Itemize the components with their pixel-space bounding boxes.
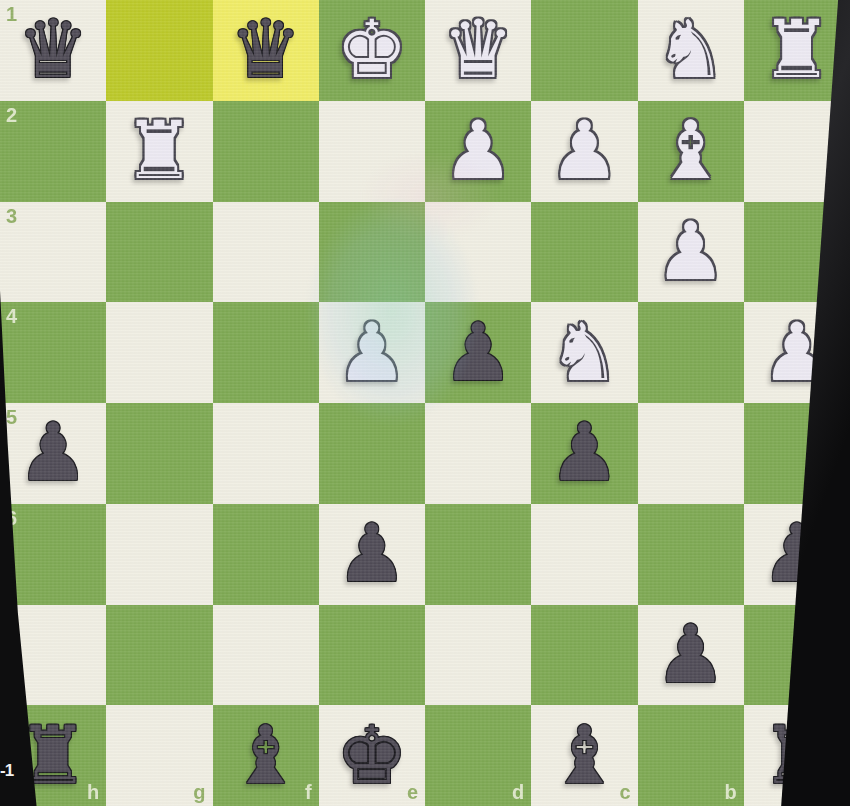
piece-black-pawn-e6[interactable]: ♟ [319,504,425,605]
piece-white-rook-a1[interactable]: ♜ [744,0,850,101]
square-c1[interactable] [531,0,637,101]
square-a4[interactable]: ♟ [744,302,850,403]
square-d4[interactable]: ♟ [425,302,531,403]
square-e5[interactable] [319,403,425,504]
square-e3[interactable] [319,202,425,303]
piece-white-rook-g2[interactable]: ♜ [106,101,212,202]
bottom-left-label: -1 [0,761,13,781]
square-g5[interactable] [106,403,212,504]
piece-black-pawn-b7[interactable]: ♟ [638,605,744,706]
square-f8[interactable]: f♝ [213,705,319,806]
square-g8[interactable]: g [106,705,212,806]
piece-white-queen-d1[interactable]: ♛ [425,0,531,101]
square-d5[interactable] [425,403,531,504]
square-f2[interactable] [213,101,319,202]
square-c8[interactable]: c♝ [531,705,637,806]
piece-white-pawn-c2[interactable]: ♟ [531,101,637,202]
square-h5[interactable]: 5♟ [0,403,106,504]
square-d2[interactable]: ♟ [425,101,531,202]
piece-white-knight-b1[interactable]: ♞ [638,0,744,101]
square-g2[interactable]: ♜ [106,101,212,202]
square-e6[interactable]: ♟ [319,504,425,605]
square-a3[interactable] [744,202,850,303]
square-d3[interactable] [425,202,531,303]
square-a8[interactable]: a♜ [744,705,850,806]
square-h4[interactable]: 4 [0,302,106,403]
piece-black-pawn-d4[interactable]: ♟ [425,302,531,403]
piece-white-pawn-b3[interactable]: ♟ [638,202,744,303]
piece-white-king-e1[interactable]: ♚ [319,0,425,101]
square-d1[interactable]: ♛ [425,0,531,101]
square-b4[interactable] [638,302,744,403]
square-a7[interactable] [744,605,850,706]
piece-black-bishop-c8[interactable]: ♝ [531,705,637,806]
square-e2[interactable] [319,101,425,202]
piece-white-pawn-d2[interactable]: ♟ [425,101,531,202]
square-h2[interactable]: 2 [0,101,106,202]
square-b1[interactable]: ♞ [638,0,744,101]
rank-label-2: 2 [6,104,17,127]
piece-black-king-e8[interactable]: ♚ [319,705,425,806]
piece-black-pawn-h5[interactable]: ♟ [0,403,106,504]
piece-black-pawn-a6[interactable]: ♟ [744,504,850,605]
square-f3[interactable] [213,202,319,303]
rank-label-7: 7 [6,608,17,631]
square-g6[interactable] [106,504,212,605]
square-h6[interactable]: 6 [0,504,106,605]
square-b3[interactable]: ♟ [638,202,744,303]
rank-label-6: 6 [6,507,17,530]
square-e8[interactable]: e♚ [319,705,425,806]
square-d6[interactable] [425,504,531,605]
square-g1[interactable] [106,0,212,101]
piece-white-pawn-e4[interactable]: ♟ [319,302,425,403]
square-e4[interactable]: ♟ [319,302,425,403]
square-d8[interactable]: d [425,705,531,806]
square-a1[interactable]: ♜ [744,0,850,101]
piece-white-pawn-a4[interactable]: ♟ [744,302,850,403]
piece-black-queen-f1[interactable]: ♛ [213,0,319,101]
file-label-b: b [725,781,737,804]
piece-black-queen-h1[interactable]: ♛ [0,0,106,101]
square-b5[interactable] [638,403,744,504]
square-c2[interactable]: ♟ [531,101,637,202]
piece-black-pawn-c5[interactable]: ♟ [531,403,637,504]
square-a6[interactable]: ♟ [744,504,850,605]
square-f6[interactable] [213,504,319,605]
piece-black-rook-a8[interactable]: ♜ [744,705,850,806]
square-f4[interactable] [213,302,319,403]
square-d7[interactable] [425,605,531,706]
square-a2[interactable] [744,101,850,202]
piece-white-bishop-b2[interactable]: ♝ [638,101,744,202]
square-f5[interactable] [213,403,319,504]
square-h1[interactable]: 1♛ [0,0,106,101]
square-e1[interactable]: ♚ [319,0,425,101]
square-c6[interactable] [531,504,637,605]
screen-photo: 1♛♛♚♛♞♜2♜♟♟♝3♟4♟♟♞♟5♟♟6♟♟7♟8h♜gf♝e♚dc♝ba… [0,0,850,806]
square-b8[interactable]: b [638,705,744,806]
square-c5[interactable]: ♟ [531,403,637,504]
square-c7[interactable] [531,605,637,706]
square-a5[interactable] [744,403,850,504]
square-h7[interactable]: 7 [0,605,106,706]
square-b2[interactable]: ♝ [638,101,744,202]
rank-label-4: 4 [6,305,17,328]
square-g7[interactable] [106,605,212,706]
piece-white-knight-c4[interactable]: ♞ [531,302,637,403]
square-c4[interactable]: ♞ [531,302,637,403]
square-f1[interactable]: ♛ [213,0,319,101]
square-c3[interactable] [531,202,637,303]
square-b7[interactable]: ♟ [638,605,744,706]
square-h8[interactable]: 8h♜ [0,705,106,806]
square-e7[interactable] [319,605,425,706]
square-f7[interactable] [213,605,319,706]
file-label-d: d [512,781,524,804]
square-b6[interactable] [638,504,744,605]
square-h3[interactable]: 3 [0,202,106,303]
rank-label-3: 3 [6,205,17,228]
piece-black-bishop-f8[interactable]: ♝ [213,705,319,806]
file-label-g: g [193,781,205,804]
piece-black-rook-h8[interactable]: ♜ [0,705,106,806]
square-g4[interactable] [106,302,212,403]
square-g3[interactable] [106,202,212,303]
chess-board: 1♛♛♚♛♞♜2♜♟♟♝3♟4♟♟♞♟5♟♟6♟♟7♟8h♜gf♝e♚dc♝ba… [0,0,850,806]
